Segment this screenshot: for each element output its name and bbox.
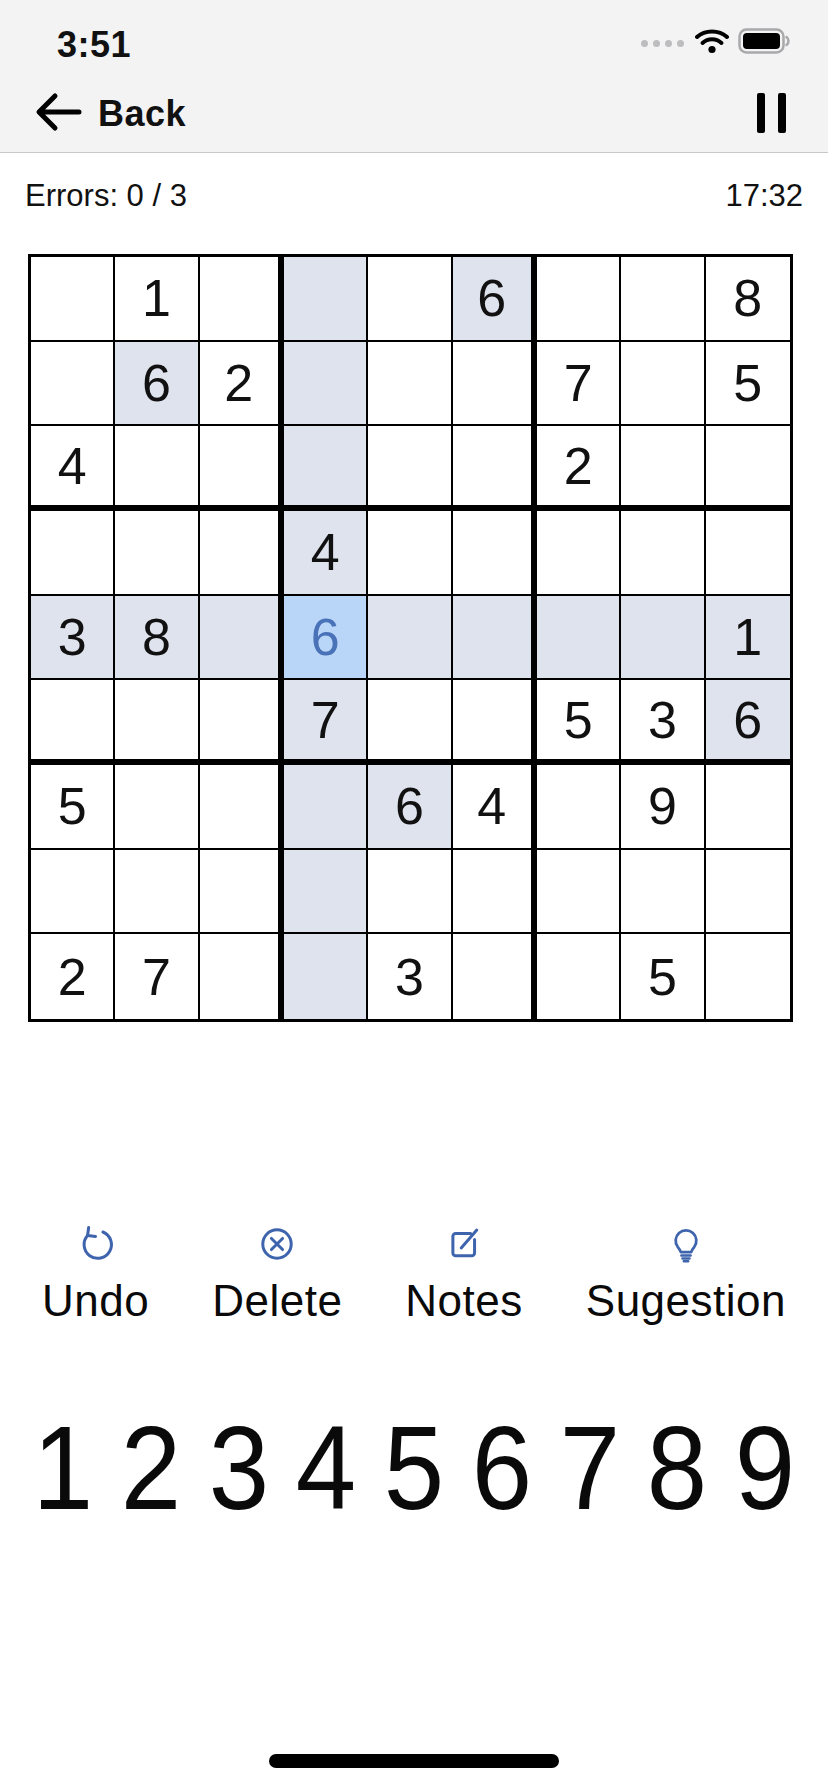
cell-r3c7[interactable]: 2 xyxy=(537,426,621,511)
cell-r6c7[interactable]: 5 xyxy=(537,680,621,765)
cell-digit: 6 xyxy=(142,353,171,413)
cell-r6c9[interactable]: 6 xyxy=(706,680,790,765)
cell-r9c4[interactable] xyxy=(284,934,368,1019)
numpad-key-3[interactable]: 3 xyxy=(208,1398,268,1540)
cell-digit: 2 xyxy=(224,353,253,413)
cell-digit: 7 xyxy=(311,690,340,750)
cell-r6c6[interactable] xyxy=(453,680,537,765)
cell-digit: 6 xyxy=(477,268,506,328)
cell-r9c5[interactable]: 3 xyxy=(368,934,452,1019)
suggestion-button-label: Sugestion xyxy=(586,1276,786,1326)
cell-r4c8[interactable] xyxy=(621,511,705,596)
cell-r1c7[interactable] xyxy=(537,257,621,342)
cell-r1c9[interactable]: 8 xyxy=(706,257,790,342)
cell-r4c7[interactable] xyxy=(537,511,621,596)
cell-r8c6[interactable] xyxy=(453,850,537,935)
cell-r5c4[interactable]: 6 xyxy=(284,596,368,681)
cell-r2c7[interactable]: 7 xyxy=(537,342,621,427)
cell-digit: 6 xyxy=(733,690,762,750)
cell-r4c6[interactable] xyxy=(453,511,537,596)
cell-r8c4[interactable] xyxy=(284,850,368,935)
cell-digit: 3 xyxy=(648,690,677,750)
numpad-key-1[interactable]: 1 xyxy=(33,1398,93,1540)
cell-r8c5[interactable] xyxy=(368,850,452,935)
numpad-key-7[interactable]: 7 xyxy=(559,1398,619,1540)
cell-r5c9[interactable]: 1 xyxy=(706,596,790,681)
back-button[interactable]: Back xyxy=(33,90,186,138)
notes-pencil-icon xyxy=(444,1224,484,1264)
cell-r2c4[interactable] xyxy=(284,342,368,427)
suggestion-button[interactable]: Sugestion xyxy=(586,1224,786,1326)
cell-r7c1[interactable]: 5 xyxy=(31,765,115,850)
cell-r6c1[interactable] xyxy=(31,680,115,765)
number-pad: 1 2 3 4 5 6 7 8 9 xyxy=(0,1398,828,1540)
cell-r3c6[interactable] xyxy=(453,426,537,511)
cell-r3c8[interactable] xyxy=(621,426,705,511)
cell-r8c9[interactable] xyxy=(706,850,790,935)
cellular-signal-dots-icon xyxy=(641,40,684,47)
cell-r1c8[interactable] xyxy=(621,257,705,342)
numpad-key-2[interactable]: 2 xyxy=(120,1398,180,1540)
cell-r2c3[interactable]: 2 xyxy=(200,342,284,427)
cell-r4c4[interactable]: 4 xyxy=(284,511,368,596)
cell-r4c1[interactable] xyxy=(31,511,115,596)
cell-r7c4[interactable] xyxy=(284,765,368,850)
sudoku-app-screen: 3:51 xyxy=(0,0,828,1792)
cell-r7c5[interactable]: 6 xyxy=(368,765,452,850)
cell-digit: 7 xyxy=(564,353,593,413)
cell-digit: 4 xyxy=(477,776,506,836)
cell-digit: 1 xyxy=(142,268,171,328)
cell-r2c9[interactable]: 5 xyxy=(706,342,790,427)
cell-r2c6[interactable] xyxy=(453,342,537,427)
cell-r3c5[interactable] xyxy=(368,426,452,511)
cell-r2c2[interactable]: 6 xyxy=(115,342,199,427)
cell-r5c3[interactable] xyxy=(200,596,284,681)
pause-button[interactable] xyxy=(757,93,786,133)
cell-r5c7[interactable] xyxy=(537,596,621,681)
status-and-header-bar: 3:51 xyxy=(0,0,828,153)
delete-button[interactable]: Delete xyxy=(212,1224,342,1326)
cell-digit: 5 xyxy=(564,690,593,750)
cell-digit: 1 xyxy=(733,607,762,667)
cell-digit: 5 xyxy=(648,947,677,1007)
cell-r2c1[interactable] xyxy=(31,342,115,427)
back-button-label: Back xyxy=(98,93,186,135)
home-indicator[interactable] xyxy=(269,1754,559,1768)
cell-r1c2[interactable]: 1 xyxy=(115,257,199,342)
status-indicators xyxy=(641,28,790,58)
cell-r8c3[interactable] xyxy=(200,850,284,935)
cell-r3c9[interactable] xyxy=(706,426,790,511)
cell-r4c3[interactable] xyxy=(200,511,284,596)
cell-r8c8[interactable] xyxy=(621,850,705,935)
cell-r9c3[interactable] xyxy=(200,934,284,1019)
cell-r8c7[interactable] xyxy=(537,850,621,935)
numpad-key-4[interactable]: 4 xyxy=(296,1398,356,1540)
cell-digit: 8 xyxy=(733,268,762,328)
cell-r1c1[interactable] xyxy=(31,257,115,342)
undo-button-label: Undo xyxy=(42,1276,149,1326)
cell-r4c2[interactable] xyxy=(115,511,199,596)
cell-r6c3[interactable] xyxy=(200,680,284,765)
cell-r7c9[interactable] xyxy=(706,765,790,850)
cell-digit: 3 xyxy=(58,607,87,667)
cell-r9c9[interactable] xyxy=(706,934,790,1019)
cell-r3c4[interactable] xyxy=(284,426,368,511)
delete-circle-icon xyxy=(257,1224,297,1264)
status-time: 3:51 xyxy=(57,24,131,66)
cell-r1c5[interactable] xyxy=(368,257,452,342)
cell-r8c1[interactable] xyxy=(31,850,115,935)
numpad-key-8[interactable]: 8 xyxy=(647,1398,707,1540)
cell-r1c3[interactable] xyxy=(200,257,284,342)
cell-digit: 6 xyxy=(311,607,340,667)
cell-r9c7[interactable] xyxy=(537,934,621,1019)
wifi-icon xyxy=(695,28,729,58)
action-toolbar: Undo Delete Notes xyxy=(0,1224,828,1326)
cell-r3c2[interactable] xyxy=(115,426,199,511)
cell-r5c1[interactable]: 3 xyxy=(31,596,115,681)
cell-r6c2[interactable] xyxy=(115,680,199,765)
lightbulb-icon xyxy=(666,1224,706,1264)
cell-r9c6[interactable] xyxy=(453,934,537,1019)
cell-r4c9[interactable] xyxy=(706,511,790,596)
cell-digit: 4 xyxy=(58,436,87,496)
delete-button-label: Delete xyxy=(212,1276,342,1326)
cell-r7c7[interactable] xyxy=(537,765,621,850)
cell-digit: 4 xyxy=(311,522,340,582)
cell-r7c6[interactable]: 4 xyxy=(453,765,537,850)
cell-r6c5[interactable] xyxy=(368,680,452,765)
cell-r9c1[interactable]: 2 xyxy=(31,934,115,1019)
errors-counter: Errors: 0 / 3 xyxy=(25,178,187,214)
cell-digit: 2 xyxy=(564,436,593,496)
game-timer: 17:32 xyxy=(725,178,803,214)
cell-digit: 3 xyxy=(395,947,424,1007)
cell-r6c4[interactable]: 7 xyxy=(284,680,368,765)
notes-button[interactable]: Notes xyxy=(405,1224,522,1326)
cell-r1c4[interactable] xyxy=(284,257,368,342)
cell-r5c6[interactable] xyxy=(453,596,537,681)
cell-digit: 5 xyxy=(58,776,87,836)
cell-r5c8[interactable] xyxy=(621,596,705,681)
cell-digit: 2 xyxy=(58,947,87,1007)
cell-r6c8[interactable]: 3 xyxy=(621,680,705,765)
cell-r7c2[interactable] xyxy=(115,765,199,850)
cell-r3c1[interactable]: 4 xyxy=(31,426,115,511)
cell-r5c2[interactable]: 8 xyxy=(115,596,199,681)
numpad-key-9[interactable]: 9 xyxy=(735,1398,795,1540)
undo-button[interactable]: Undo xyxy=(42,1224,149,1326)
cell-r5c5[interactable] xyxy=(368,596,452,681)
cell-r9c2[interactable]: 7 xyxy=(115,934,199,1019)
cell-r2c5[interactable] xyxy=(368,342,452,427)
back-arrow-icon xyxy=(33,90,83,138)
sudoku-board: 16862754243861753656492735 xyxy=(28,254,793,1022)
cell-digit: 9 xyxy=(648,776,677,836)
cell-r9c8[interactable]: 5 xyxy=(621,934,705,1019)
cell-r3c3[interactable] xyxy=(200,426,284,511)
battery-icon xyxy=(738,28,790,58)
cell-digit: 5 xyxy=(733,353,762,413)
cell-digit: 6 xyxy=(395,776,424,836)
cell-r1c6[interactable]: 6 xyxy=(453,257,537,342)
undo-icon xyxy=(76,1224,116,1264)
cell-r8c2[interactable] xyxy=(115,850,199,935)
cell-r7c3[interactable] xyxy=(200,765,284,850)
numpad-key-6[interactable]: 6 xyxy=(472,1398,532,1540)
cell-digit: 8 xyxy=(142,607,171,667)
cell-r7c8[interactable]: 9 xyxy=(621,765,705,850)
cell-r4c5[interactable] xyxy=(368,511,452,596)
notes-button-label: Notes xyxy=(405,1276,522,1326)
cell-r2c8[interactable] xyxy=(621,342,705,427)
cell-digit: 7 xyxy=(142,947,171,1007)
numpad-key-5[interactable]: 5 xyxy=(384,1398,444,1540)
